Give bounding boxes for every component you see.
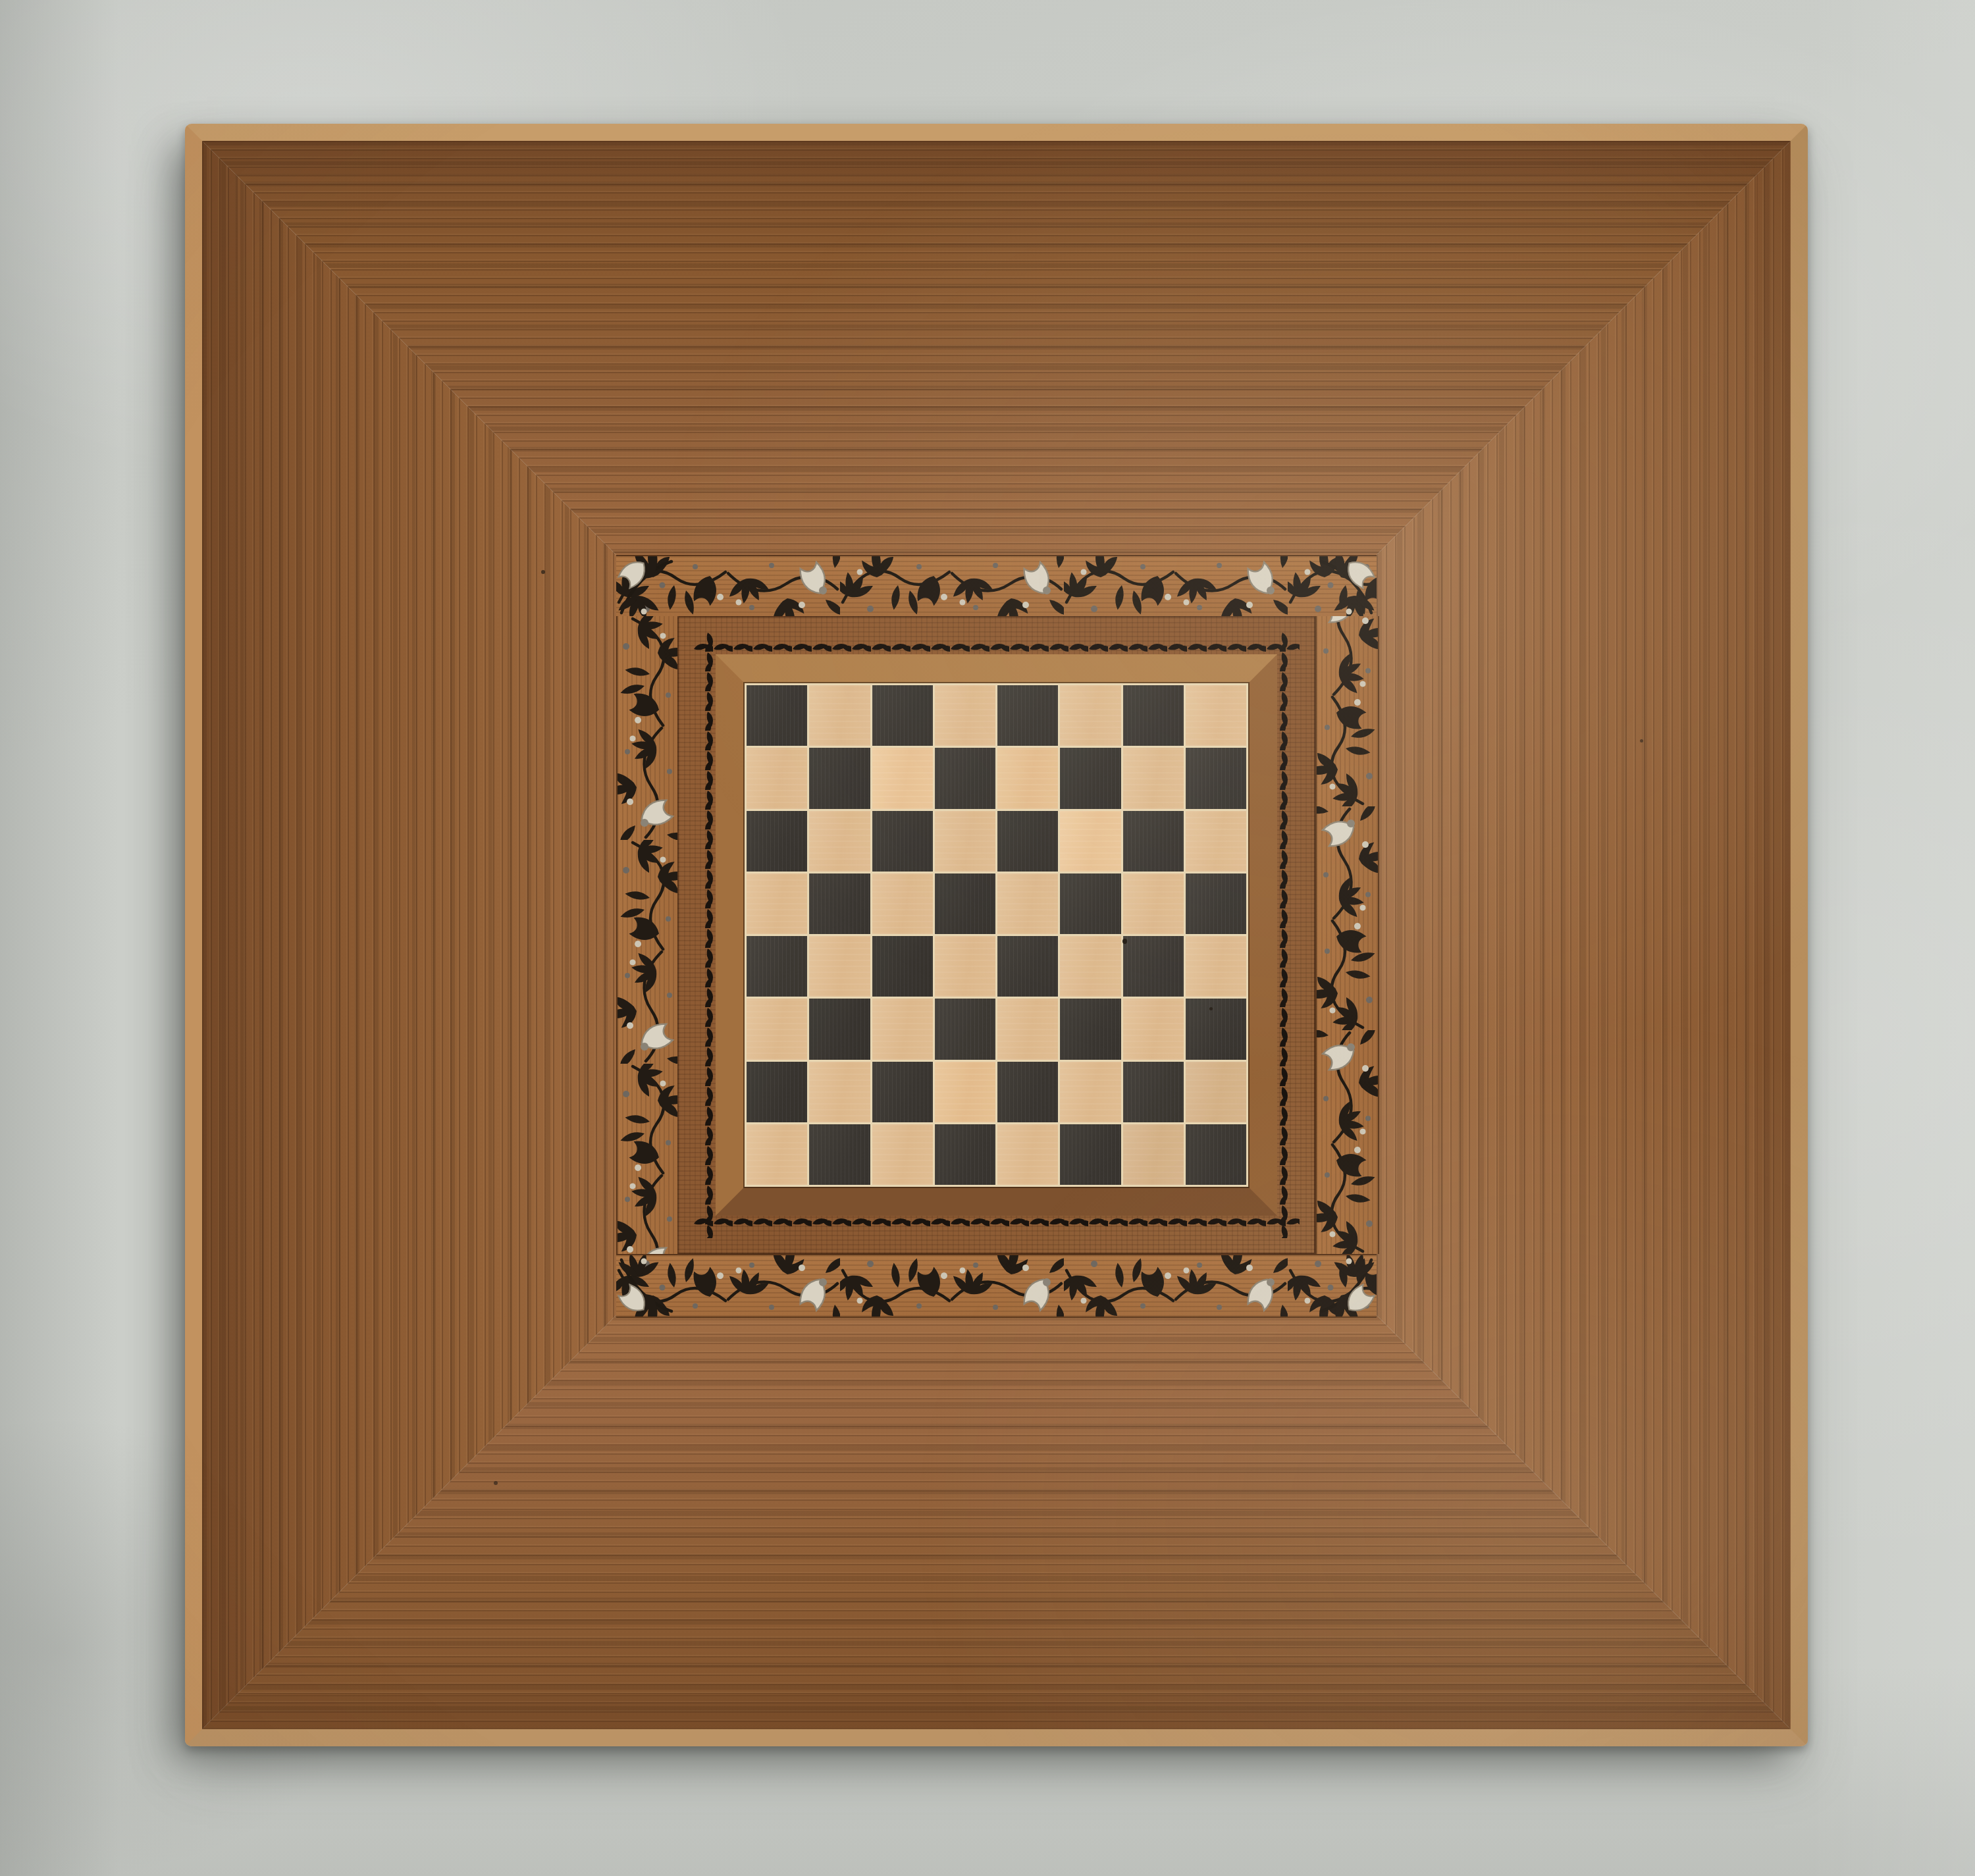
square-g4[interactable] [1123,936,1184,997]
wavy-ribbon-bottom [693,1217,1300,1228]
square-a6[interactable] [747,811,807,872]
square-c2[interactable] [872,1062,933,1122]
square-a3[interactable] [747,999,807,1059]
wood-speck [1122,939,1127,944]
square-d1[interactable] [935,1124,995,1185]
square-h3[interactable] [1186,999,1246,1059]
square-e4[interactable] [997,936,1058,997]
floral-inlay-band-left [616,616,680,1254]
square-a5[interactable] [747,873,807,934]
square-f1[interactable] [1060,1124,1120,1185]
square-b8[interactable] [809,685,870,746]
square-h2[interactable] [1186,1062,1246,1122]
square-d3[interactable] [935,999,995,1059]
square-c6[interactable] [872,811,933,872]
square-g7[interactable] [1123,748,1184,808]
photo-backdrop: { "scene": { "caption": "Overhead photog… [0,0,1975,1876]
floral-inlay-band-right [1315,616,1379,1254]
square-b5[interactable] [809,873,870,934]
square-e8[interactable] [997,685,1058,746]
square-h5[interactable] [1186,873,1246,934]
square-f4[interactable] [1060,936,1120,997]
wood-speck [1640,739,1643,743]
square-h6[interactable] [1186,811,1246,872]
square-h7[interactable] [1186,748,1246,808]
square-c8[interactable] [872,685,933,746]
square-f7[interactable] [1060,748,1120,808]
square-b7[interactable] [809,748,870,808]
checkerboard [745,683,1248,1187]
wavy-ribbon-right [1278,632,1289,1238]
square-g8[interactable] [1123,685,1184,746]
square-g5[interactable] [1123,873,1184,934]
square-e3[interactable] [997,999,1058,1059]
chessboard [185,124,1808,1746]
square-g1[interactable] [1123,1124,1184,1185]
square-d8[interactable] [935,685,995,746]
square-d6[interactable] [935,811,995,872]
square-h8[interactable] [1186,685,1246,746]
floral-inlay-art-top [616,556,1377,617]
square-d4[interactable] [935,936,995,997]
square-d2[interactable] [935,1062,995,1122]
wavy-ribbon-top [693,642,1300,653]
square-g3[interactable] [1123,999,1184,1059]
square-c3[interactable] [872,999,933,1059]
square-a8[interactable] [747,685,807,746]
square-d5[interactable] [935,873,995,934]
square-c1[interactable] [872,1124,933,1185]
wavy-ribbon-left [704,632,714,1238]
wood-speck [541,570,545,574]
square-b1[interactable] [809,1124,870,1185]
floral-inlay-band-bottom [616,1254,1377,1318]
square-h1[interactable] [1186,1124,1246,1185]
square-e1[interactable] [997,1124,1058,1185]
floral-inlay-art-left [618,616,679,1254]
floral-inlay-art-right [1317,616,1378,1254]
floral-inlay-art-bottom [616,1255,1377,1316]
square-a1[interactable] [747,1124,807,1185]
square-f5[interactable] [1060,873,1120,934]
square-b3[interactable] [809,999,870,1059]
square-e2[interactable] [997,1062,1058,1122]
square-e6[interactable] [997,811,1058,872]
square-a7[interactable] [747,748,807,808]
square-g2[interactable] [1123,1062,1184,1122]
square-e5[interactable] [997,873,1058,934]
square-d7[interactable] [935,748,995,808]
square-h4[interactable] [1186,936,1246,997]
square-c4[interactable] [872,936,933,997]
square-b2[interactable] [809,1062,870,1122]
square-e7[interactable] [997,748,1058,808]
square-c5[interactable] [872,873,933,934]
square-g6[interactable] [1123,811,1184,872]
wood-speck [1209,1007,1213,1010]
floral-inlay-band-top [616,555,1377,619]
square-c7[interactable] [872,748,933,808]
wood-speck [494,1481,498,1485]
square-f2[interactable] [1060,1062,1120,1122]
square-f8[interactable] [1060,685,1120,746]
square-f3[interactable] [1060,999,1120,1059]
square-f6[interactable] [1060,811,1120,872]
square-a4[interactable] [747,936,807,997]
square-a2[interactable] [747,1062,807,1122]
square-b4[interactable] [809,936,870,997]
square-b6[interactable] [809,811,870,872]
